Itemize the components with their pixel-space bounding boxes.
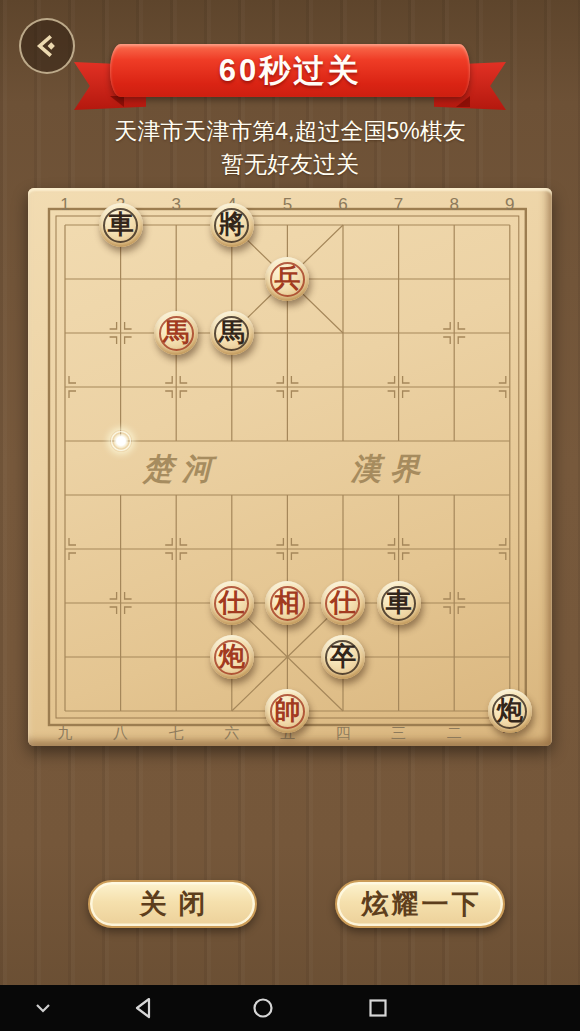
back-arrow-icon — [30, 29, 64, 63]
piece-glyph: 帥 — [265, 689, 309, 733]
back-button[interactable] — [19, 18, 75, 74]
ribbon-fold-right — [456, 96, 470, 107]
piece-glyph: 車 — [377, 581, 421, 625]
piece-glyph: 炮 — [210, 635, 254, 679]
ribbon-center: 60秒过关 — [110, 44, 470, 97]
piece-red-帥[interactable]: 帥 — [265, 689, 309, 733]
piece-glyph: 仕 — [321, 581, 365, 625]
nav-back-icon[interactable] — [131, 995, 157, 1021]
piece-black-炮[interactable]: 炮 — [488, 689, 532, 733]
ribbon-fold-left — [110, 96, 124, 107]
piece-glyph: 卒 — [321, 635, 365, 679]
piece-red-炮[interactable]: 炮 — [210, 635, 254, 679]
piece-black-馬[interactable]: 馬 — [210, 311, 254, 355]
piece-black-將[interactable]: 將 — [210, 203, 254, 247]
board: 123456789 九八七六五四三二一 楚河 漢界 車將兵馬馬仕相仕車炮卒帥炮 — [28, 188, 552, 746]
piece-glyph: 馬 — [210, 311, 254, 355]
nav-home-icon[interactable] — [250, 995, 276, 1021]
app-screen: { "game": "xiangqi", "header": { "ribbon… — [0, 0, 580, 1031]
piece-red-兵[interactable]: 兵 — [265, 257, 309, 301]
friends-status-text: 暂无好友过关 — [0, 149, 580, 180]
ribbon-banner: 60秒过关 — [74, 44, 506, 114]
piece-red-仕[interactable]: 仕 — [321, 581, 365, 625]
piece-glyph: 車 — [99, 203, 143, 247]
android-navbar — [0, 985, 580, 1031]
piece-red-仕[interactable]: 仕 — [210, 581, 254, 625]
piece-glyph: 兵 — [265, 257, 309, 301]
piece-black-卒[interactable]: 卒 — [321, 635, 365, 679]
page-title: 60秒过关 — [219, 50, 361, 92]
nav-recents-icon[interactable] — [365, 995, 391, 1021]
piece-grid: 車將兵馬馬仕相仕車炮卒帥炮 — [37, 198, 537, 738]
brag-button[interactable]: 炫耀一下 — [335, 880, 505, 928]
piece-glyph: 相 — [265, 581, 309, 625]
piece-glyph: 將 — [210, 203, 254, 247]
piece-glyph: 仕 — [210, 581, 254, 625]
piece-red-相[interactable]: 相 — [265, 581, 309, 625]
move-highlight-dot — [110, 430, 132, 452]
close-button[interactable]: 关闭 — [88, 880, 257, 928]
piece-glyph: 馬 — [154, 311, 198, 355]
rank-status-text: 天津市天津市第4,超过全国5%棋友 — [0, 116, 580, 147]
piece-glyph: 炮 — [488, 689, 532, 733]
piece-black-車[interactable]: 車 — [377, 581, 421, 625]
piece-black-車[interactable]: 車 — [99, 203, 143, 247]
hide-chevron-icon[interactable] — [30, 995, 56, 1021]
piece-red-馬[interactable]: 馬 — [154, 311, 198, 355]
